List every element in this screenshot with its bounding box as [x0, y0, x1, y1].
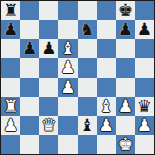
white-pawn: ♟ — [118, 97, 133, 114]
square-b3[interactable] — [20, 97, 39, 116]
square-g6[interactable] — [116, 39, 135, 58]
square-c5[interactable] — [39, 58, 58, 77]
black-rook: ♜ — [3, 2, 18, 19]
white-pawn: ♟ — [99, 116, 114, 133]
white-pawn: ♟ — [3, 116, 18, 133]
square-c3[interactable] — [39, 97, 58, 116]
square-d6[interactable]: ♝ — [58, 39, 77, 58]
square-e7[interactable]: ♞ — [78, 20, 97, 39]
square-f4[interactable] — [97, 78, 116, 97]
square-b8[interactable] — [20, 1, 39, 20]
square-b4[interactable] — [20, 78, 39, 97]
square-b6[interactable]: ♟ — [20, 39, 39, 58]
white-bishop: ♝ — [60, 40, 75, 57]
square-c6[interactable]: ♟ — [39, 39, 58, 58]
square-e6[interactable] — [78, 39, 97, 58]
square-g1[interactable]: ♚ — [116, 135, 135, 154]
square-h7[interactable]: ♟ — [135, 20, 154, 39]
square-e5[interactable] — [78, 58, 97, 77]
black-pawn: ♟ — [3, 21, 18, 38]
chess-board: ♜♚♟♞♟♟♟♟♝♟♟♜♝♟♛♟♛♝♟♟♚ — [0, 0, 155, 155]
square-e8[interactable] — [78, 1, 97, 20]
square-a7[interactable]: ♟ — [1, 20, 20, 39]
square-f5[interactable] — [97, 58, 116, 77]
square-g2[interactable] — [116, 116, 135, 135]
square-c8[interactable] — [39, 1, 58, 20]
black-queen: ♛ — [137, 97, 152, 114]
square-g4[interactable] — [116, 78, 135, 97]
square-h1[interactable] — [135, 135, 154, 154]
square-d2[interactable] — [58, 116, 77, 135]
square-h4[interactable] — [135, 78, 154, 97]
white-bishop: ♝ — [99, 97, 114, 114]
square-b5[interactable] — [20, 58, 39, 77]
square-f6[interactable] — [97, 39, 116, 58]
square-e4[interactable] — [78, 78, 97, 97]
square-a6[interactable] — [1, 39, 20, 58]
square-f3[interactable]: ♝ — [97, 97, 116, 116]
square-g7[interactable]: ♟ — [116, 20, 135, 39]
black-pawn: ♟ — [22, 40, 37, 57]
square-a1[interactable] — [1, 135, 20, 154]
square-h2[interactable]: ♟ — [135, 116, 154, 135]
square-a8[interactable]: ♜ — [1, 1, 20, 20]
square-e3[interactable] — [78, 97, 97, 116]
white-pawn: ♟ — [60, 59, 75, 76]
square-a5[interactable] — [1, 58, 20, 77]
square-d8[interactable] — [58, 1, 77, 20]
square-d1[interactable] — [58, 135, 77, 154]
square-h6[interactable] — [135, 39, 154, 58]
square-a3[interactable]: ♜ — [1, 97, 20, 116]
square-f1[interactable] — [97, 135, 116, 154]
square-e1[interactable] — [78, 135, 97, 154]
black-bishop: ♝ — [79, 116, 94, 133]
square-d3[interactable] — [58, 97, 77, 116]
square-d7[interactable] — [58, 20, 77, 39]
white-pawn: ♟ — [137, 116, 152, 133]
black-pawn: ♟ — [137, 21, 152, 38]
black-king: ♚ — [118, 2, 133, 19]
white-pawn: ♟ — [60, 78, 75, 95]
black-pawn: ♟ — [118, 21, 133, 38]
square-d5[interactable]: ♟ — [58, 58, 77, 77]
square-c4[interactable] — [39, 78, 58, 97]
square-a4[interactable] — [1, 78, 20, 97]
square-h5[interactable] — [135, 58, 154, 77]
square-a2[interactable]: ♟ — [1, 116, 20, 135]
square-e2[interactable]: ♝ — [78, 116, 97, 135]
square-h8[interactable] — [135, 1, 154, 20]
white-queen: ♛ — [41, 116, 56, 133]
square-c2[interactable]: ♛ — [39, 116, 58, 135]
square-b1[interactable] — [20, 135, 39, 154]
square-c7[interactable] — [39, 20, 58, 39]
black-knight: ♞ — [79, 21, 94, 38]
square-b7[interactable] — [20, 20, 39, 39]
black-pawn: ♟ — [41, 40, 56, 57]
square-d4[interactable]: ♟ — [58, 78, 77, 97]
square-b2[interactable] — [20, 116, 39, 135]
square-g8[interactable]: ♚ — [116, 1, 135, 20]
white-king: ♚ — [118, 135, 133, 152]
square-h3[interactable]: ♛ — [135, 97, 154, 116]
square-f7[interactable] — [97, 20, 116, 39]
white-rook: ♜ — [3, 97, 18, 114]
square-f8[interactable] — [97, 1, 116, 20]
square-g3[interactable]: ♟ — [116, 97, 135, 116]
square-c1[interactable] — [39, 135, 58, 154]
square-f2[interactable]: ♟ — [97, 116, 116, 135]
square-g5[interactable] — [116, 58, 135, 77]
